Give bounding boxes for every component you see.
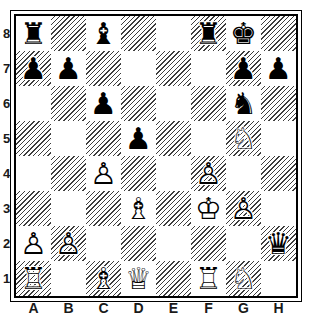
black-queen: ♛ [265, 226, 292, 261]
white-queen: ♕ [125, 261, 152, 296]
white-pawn: ♙ [55, 226, 82, 261]
square-h3[interactable] [261, 191, 296, 226]
square-c7[interactable] [86, 51, 121, 86]
square-b8[interactable] [51, 16, 86, 51]
square-h7[interactable]: ♟ [261, 51, 296, 86]
white-rook: ♖ [20, 261, 47, 296]
square-g7[interactable]: ♟ [226, 51, 261, 86]
white-pawn: ♙ [20, 226, 47, 261]
black-rook: ♜ [20, 16, 47, 51]
square-f3[interactable]: ♔ [191, 191, 226, 226]
square-b5[interactable] [51, 121, 86, 156]
square-b2[interactable]: ♙ [51, 226, 86, 261]
square-g2[interactable] [226, 226, 261, 261]
square-c8[interactable]: ♝ [86, 16, 121, 51]
square-f6[interactable] [191, 86, 226, 121]
square-a4[interactable] [16, 156, 51, 191]
square-a7[interactable]: ♟ [16, 51, 51, 86]
white-bishop: ♗ [90, 261, 117, 296]
square-a6[interactable] [16, 86, 51, 121]
square-d6[interactable] [121, 86, 156, 121]
black-bishop: ♝ [90, 16, 117, 51]
file-label-G: G [226, 299, 261, 317]
white-knight: ♘ [230, 121, 257, 156]
square-b4[interactable] [51, 156, 86, 191]
square-h1[interactable] [261, 261, 296, 296]
square-b3[interactable] [51, 191, 86, 226]
square-e4[interactable] [156, 156, 191, 191]
square-c3[interactable] [86, 191, 121, 226]
square-b1[interactable] [51, 261, 86, 296]
square-h5[interactable] [261, 121, 296, 156]
square-b6[interactable] [51, 86, 86, 121]
square-e5[interactable] [156, 121, 191, 156]
black-king: ♚ [230, 16, 257, 51]
square-g3[interactable]: ♙ [226, 191, 261, 226]
square-c5[interactable] [86, 121, 121, 156]
square-d7[interactable] [121, 51, 156, 86]
square-a5[interactable] [16, 121, 51, 156]
square-h6[interactable] [261, 86, 296, 121]
square-b7[interactable]: ♟ [51, 51, 86, 86]
white-pawn: ♙ [90, 156, 117, 191]
black-pawn: ♟ [230, 51, 257, 86]
board-frame: ♜♝♜♚♟♟♟♟♟♞♟♘♙♙♗♔♙♙♙♛♖♗♕♖♘ [10, 10, 302, 302]
chess-diagram: 87654321 ♜♝♜♚♟♟♟♟♟♞♟♘♙♙♗♔♙♙♙♛♖♗♕♖♘ ABCDE… [0, 0, 314, 320]
file-labels: ABCDEFGH [16, 299, 296, 317]
file-label-A: A [16, 299, 51, 317]
black-pawn: ♟ [265, 51, 292, 86]
white-pawn: ♙ [230, 191, 257, 226]
square-c4[interactable]: ♙ [86, 156, 121, 191]
white-rook: ♖ [195, 261, 222, 296]
square-e1[interactable] [156, 261, 191, 296]
square-f7[interactable] [191, 51, 226, 86]
square-h2[interactable]: ♛ [261, 226, 296, 261]
black-pawn: ♟ [90, 86, 117, 121]
file-label-H: H [261, 299, 296, 317]
black-pawn: ♟ [55, 51, 82, 86]
chess-board: ♜♝♜♚♟♟♟♟♟♞♟♘♙♙♗♔♙♙♙♛♖♗♕♖♘ [14, 14, 298, 298]
square-d5[interactable]: ♟ [121, 121, 156, 156]
square-c6[interactable]: ♟ [86, 86, 121, 121]
file-label-F: F [191, 299, 226, 317]
square-f2[interactable] [191, 226, 226, 261]
white-knight: ♘ [230, 261, 257, 296]
square-e7[interactable] [156, 51, 191, 86]
file-label-B: B [51, 299, 86, 317]
square-c1[interactable]: ♗ [86, 261, 121, 296]
square-d3[interactable]: ♗ [121, 191, 156, 226]
square-a1[interactable]: ♖ [16, 261, 51, 296]
black-pawn: ♟ [20, 51, 47, 86]
square-c2[interactable] [86, 226, 121, 261]
square-f1[interactable]: ♖ [191, 261, 226, 296]
file-label-E: E [156, 299, 191, 317]
square-d1[interactable]: ♕ [121, 261, 156, 296]
square-e8[interactable] [156, 16, 191, 51]
black-pawn: ♟ [125, 121, 152, 156]
square-g5[interactable]: ♘ [226, 121, 261, 156]
black-rook: ♜ [195, 16, 222, 51]
white-pawn: ♙ [195, 156, 222, 191]
square-d2[interactable] [121, 226, 156, 261]
square-e6[interactable] [156, 86, 191, 121]
square-g1[interactable]: ♘ [226, 261, 261, 296]
square-f4[interactable]: ♙ [191, 156, 226, 191]
square-g8[interactable]: ♚ [226, 16, 261, 51]
file-label-D: D [121, 299, 156, 317]
square-d4[interactable] [121, 156, 156, 191]
square-d8[interactable] [121, 16, 156, 51]
square-a2[interactable]: ♙ [16, 226, 51, 261]
square-f8[interactable]: ♜ [191, 16, 226, 51]
square-g6[interactable]: ♞ [226, 86, 261, 121]
square-h4[interactable] [261, 156, 296, 191]
square-g4[interactable] [226, 156, 261, 191]
black-knight: ♞ [230, 86, 257, 121]
square-h8[interactable] [261, 16, 296, 51]
square-e3[interactable] [156, 191, 191, 226]
file-label-C: C [86, 299, 121, 317]
square-f5[interactable] [191, 121, 226, 156]
white-king: ♔ [195, 191, 222, 226]
square-e2[interactable] [156, 226, 191, 261]
square-a8[interactable]: ♜ [16, 16, 51, 51]
square-a3[interactable] [16, 191, 51, 226]
white-bishop: ♗ [125, 191, 152, 226]
